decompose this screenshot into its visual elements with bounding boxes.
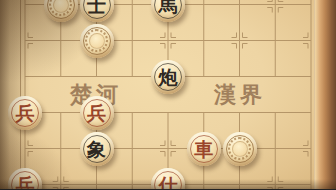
piece-red-chariot[interactable]: 車: [187, 132, 221, 166]
board-intersection[interactable]: [257, 95, 293, 131]
board-intersection[interactable]: 車: [186, 131, 222, 167]
board-intersection[interactable]: [114, 131, 150, 167]
piece-hidden-piece[interactable]: [80, 24, 114, 58]
board-intersection[interactable]: 炮: [150, 59, 186, 95]
board-intersection[interactable]: [222, 167, 258, 190]
board-intersection[interactable]: [222, 23, 258, 59]
piece-glyph: 兵: [16, 175, 35, 190]
piece-red-advisor[interactable]: 仕: [151, 168, 185, 190]
board-intersection[interactable]: [114, 167, 150, 190]
board-intersection[interactable]: 兵: [79, 95, 115, 131]
piece-hidden-piece[interactable]: [223, 132, 257, 166]
hidden-piece-back-pattern: [89, 33, 105, 49]
piece-black-horse[interactable]: 馬: [151, 0, 185, 22]
board-intersection[interactable]: 象: [79, 131, 115, 167]
board-intersection[interactable]: [79, 23, 115, 59]
board-intersection[interactable]: [7, 131, 43, 167]
board-intersection[interactable]: [43, 95, 79, 131]
xiangqi-board-screen: 楚河 漢界 士馬炮兵兵象車兵仕: [0, 0, 336, 189]
board-intersection[interactable]: [43, 131, 79, 167]
piece-glyph: 車: [194, 139, 213, 159]
piece-black-cannon[interactable]: 炮: [151, 60, 185, 94]
board-intersection[interactable]: 士: [79, 0, 115, 23]
board-intersection[interactable]: [257, 131, 293, 167]
board-grid: 士馬炮兵兵象車兵仕: [7, 0, 329, 189]
piece-glyph: 象: [87, 139, 106, 159]
piece-glyph: 士: [87, 0, 106, 15]
board-intersection[interactable]: [186, 95, 222, 131]
board-intersection[interactable]: [150, 23, 186, 59]
piece-black-elephant[interactable]: 象: [80, 132, 114, 166]
board-intersection[interactable]: [222, 95, 258, 131]
board-intersection[interactable]: [79, 59, 115, 95]
board-intersection[interactable]: [79, 167, 115, 190]
board-intersection[interactable]: [114, 95, 150, 131]
board-intersection[interactable]: 兵: [7, 167, 43, 190]
piece-red-soldier[interactable]: 兵: [8, 168, 42, 190]
piece-hidden-piece[interactable]: [44, 0, 78, 22]
board-intersection[interactable]: [43, 23, 79, 59]
board-intersection[interactable]: [7, 23, 43, 59]
board-intersection[interactable]: 馬: [150, 0, 186, 23]
board-intersection[interactable]: [150, 131, 186, 167]
piece-red-soldier[interactable]: 兵: [80, 96, 114, 130]
board-intersection[interactable]: [43, 59, 79, 95]
board-intersection[interactable]: [43, 167, 79, 190]
board-intersection[interactable]: [222, 0, 258, 23]
board-intersection[interactable]: [186, 167, 222, 190]
board-intersection[interactable]: [114, 0, 150, 23]
board-intersection[interactable]: [257, 0, 293, 23]
board-intersection[interactable]: [7, 0, 43, 23]
board-intersection[interactable]: [186, 59, 222, 95]
hidden-piece-back-pattern: [232, 141, 248, 157]
board-intersection[interactable]: [150, 95, 186, 131]
piece-glyph: 仕: [159, 175, 178, 190]
board-intersection[interactable]: [222, 131, 258, 167]
piece-glyph: 兵: [87, 103, 106, 123]
board-intersection[interactable]: [114, 59, 150, 95]
board-frame-edge: [314, 0, 336, 189]
board-intersection[interactable]: [43, 0, 79, 23]
piece-black-advisor[interactable]: 士: [80, 0, 114, 22]
board-intersection[interactable]: [114, 23, 150, 59]
board-intersection[interactable]: [7, 59, 43, 95]
board-intersection[interactable]: [257, 167, 293, 190]
board-intersection[interactable]: 兵: [7, 95, 43, 131]
board-intersection[interactable]: [257, 23, 293, 59]
hidden-piece-back-pattern: [53, 0, 69, 13]
board-intersection[interactable]: [186, 0, 222, 23]
piece-red-soldier[interactable]: 兵: [8, 96, 42, 130]
board-intersection[interactable]: [186, 23, 222, 59]
piece-glyph: 炮: [159, 67, 178, 87]
board-intersection[interactable]: [257, 59, 293, 95]
piece-glyph: 馬: [159, 0, 178, 15]
board-intersection[interactable]: [222, 59, 258, 95]
piece-glyph: 兵: [16, 103, 35, 123]
board-intersection[interactable]: 仕: [150, 167, 186, 190]
